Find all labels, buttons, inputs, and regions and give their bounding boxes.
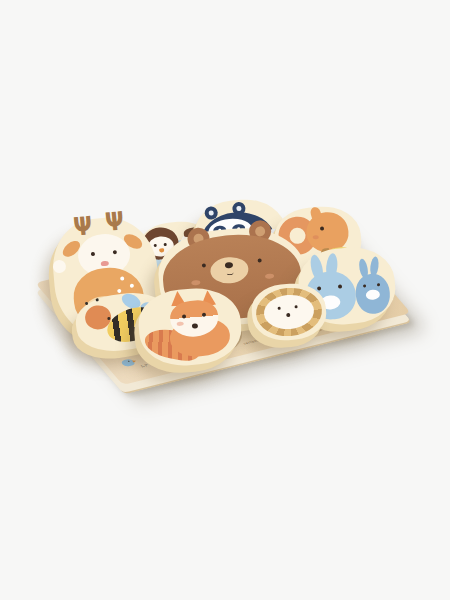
deer-tail <box>52 259 66 273</box>
bee-antenna <box>95 298 98 301</box>
bear-eye <box>202 263 206 267</box>
hedgehog-eye <box>278 307 281 310</box>
bird-print <box>120 358 136 367</box>
deer-eye <box>113 250 117 254</box>
fox-eye <box>182 314 186 318</box>
bee-eye <box>107 317 110 320</box>
deer-eye <box>91 252 95 256</box>
bear-muzzle <box>209 256 249 285</box>
deer-nose <box>101 261 109 267</box>
rabbit-muzzle <box>365 289 380 300</box>
rabbit-eye <box>377 283 380 286</box>
bear-mouth <box>226 270 233 276</box>
hedgehog-nose <box>286 313 290 317</box>
bear-eye <box>258 258 262 262</box>
hedgehog-eye <box>294 305 297 308</box>
deer-antler: Ψ <box>104 209 125 236</box>
fox-nose <box>192 323 198 329</box>
fox-cheek <box>177 322 184 327</box>
rabbit-eye <box>363 284 366 287</box>
fox-eye <box>202 313 206 317</box>
owl-eye <box>154 244 157 247</box>
rabbit-eye <box>338 284 342 288</box>
bee-antenna <box>85 302 88 305</box>
piece-fox <box>140 289 240 365</box>
rabbit-small-body <box>354 272 391 315</box>
bear-nose <box>225 262 233 269</box>
piece-hedgehog <box>254 285 324 339</box>
product-photo-wooden-animal-puzzle: ✿∴✻✣✻✻✾∴⠓⠋ vertbaudet <box>0 0 450 600</box>
